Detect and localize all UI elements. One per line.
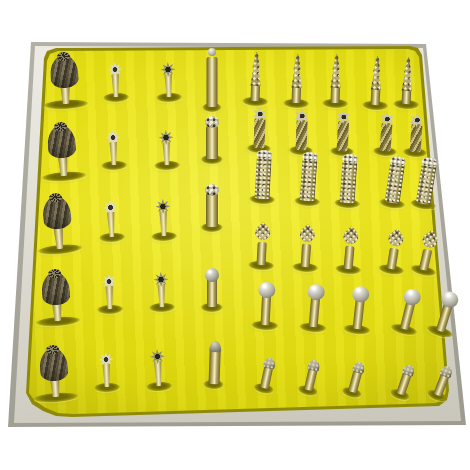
bit-head	[248, 52, 265, 87]
bit-cyl_sparkle_top	[205, 184, 219, 230]
bit-head	[98, 352, 114, 368]
bit-star_dark	[160, 62, 177, 101]
bit-cyl_rosette	[205, 116, 219, 162]
bit-head	[205, 184, 219, 196]
bit-head	[150, 349, 166, 365]
bit-teardrop	[297, 224, 316, 271]
bit-pin_ball	[206, 48, 218, 110]
bit-head	[46, 124, 76, 159]
bit-cone_point	[247, 52, 265, 105]
bit-shank	[379, 123, 392, 152]
bit-head	[101, 274, 117, 290]
bit-ball_polished	[394, 287, 421, 334]
bit-shank	[207, 57, 218, 107]
bit-star_silver	[101, 274, 118, 313]
bit-diamond_cyl	[339, 154, 359, 207]
bit-shank	[295, 120, 307, 150]
bit-shank	[206, 126, 218, 159]
bit-star_silver	[102, 200, 120, 241]
bit-shank	[257, 242, 267, 265]
bit-cone_point	[367, 56, 386, 109]
bit-shank	[260, 294, 271, 325]
bit-head	[158, 130, 174, 146]
product-photo	[0, 0, 470, 470]
bit-head	[252, 222, 273, 243]
bit-diamond_cyl	[415, 156, 439, 208]
bit-shank	[208, 350, 220, 384]
bit-teardrop	[415, 228, 440, 274]
bit-ball_polished	[430, 289, 459, 336]
bit-star_silver	[105, 130, 122, 169]
bit-dome_tilt	[392, 363, 415, 399]
bit-diamond_cyl	[254, 150, 273, 203]
bit-dome_tilt	[256, 356, 276, 392]
bit-head	[262, 356, 276, 369]
bit-ball_polished	[347, 285, 369, 333]
bit-teardrop	[340, 225, 360, 272]
bit-ball_polished	[303, 283, 324, 330]
bit-cross_cutter	[250, 107, 267, 151]
bits-layer	[0, 0, 470, 470]
bit-head	[208, 341, 220, 352]
bit-head	[41, 195, 72, 230]
bit-shank	[300, 159, 318, 202]
bit-head	[297, 224, 318, 245]
bit-head	[306, 283, 324, 300]
bit-head	[103, 200, 119, 216]
bit-star_silver	[98, 352, 115, 391]
bit-head	[208, 48, 216, 56]
bit-cross_cutter	[376, 112, 394, 155]
bit-fluted_large	[46, 124, 78, 180]
bit-shank	[255, 157, 272, 200]
bit-head	[107, 62, 123, 78]
bit-ball_polished	[255, 282, 274, 329]
bit-dome_tilt	[429, 364, 453, 400]
bit-cone_point	[327, 54, 345, 107]
bit-shank	[385, 162, 405, 204]
bit-fluted_large	[39, 347, 71, 401]
bit-shank	[207, 278, 217, 307]
bit-shank	[253, 118, 265, 148]
bit-head	[39, 347, 69, 382]
bit-shank	[416, 163, 437, 205]
bit-fluted_large	[41, 195, 74, 253]
bit-head	[160, 62, 176, 78]
bit-head	[155, 199, 171, 215]
bit-head	[49, 54, 79, 88]
bit-head	[340, 226, 361, 247]
bit-cross_cutter	[333, 110, 350, 155]
bit-diamond_cyl	[384, 155, 407, 207]
bit-head	[350, 285, 369, 303]
bit-cyl_ball	[205, 268, 219, 310]
bit-head	[41, 271, 71, 306]
bit-head	[257, 282, 275, 299]
bit-head	[105, 130, 121, 146]
bit-head	[153, 272, 169, 288]
bit-fluted_large	[49, 54, 80, 107]
bit-star_dark	[155, 199, 172, 240]
bit-teardrop	[383, 227, 406, 273]
bit-head	[328, 54, 345, 89]
bit-shank	[206, 193, 218, 227]
bit-star_silver	[107, 62, 124, 101]
bit-star_dark	[149, 349, 167, 390]
bit-shank	[340, 161, 358, 204]
bit-cone_point	[398, 57, 417, 108]
bit-shank	[308, 296, 320, 328]
bit-head	[385, 228, 406, 249]
bit-star_dark	[153, 272, 170, 311]
bit-shank	[409, 124, 422, 153]
bit-shank	[352, 298, 364, 330]
bit-head	[401, 287, 421, 307]
bit-diamond_cyl	[299, 152, 319, 205]
bit-head	[399, 57, 417, 92]
bit-head	[289, 54, 306, 89]
bit-head	[205, 116, 219, 128]
bit-cross_cutter	[292, 109, 309, 153]
bit-cone_point	[288, 54, 306, 107]
bit-shank	[336, 121, 349, 152]
bit-cyl_dome	[206, 341, 221, 387]
bit-teardrop	[253, 222, 271, 269]
bit-cross_cutter	[406, 113, 424, 156]
bit-fluted_large	[41, 271, 73, 325]
bit-head	[420, 230, 441, 251]
bit-shank	[301, 244, 312, 268]
bit-head	[368, 56, 386, 91]
bit-dome_tilt	[344, 360, 365, 396]
bit-star_dark	[158, 130, 175, 169]
bit-head	[205, 268, 219, 282]
bit-dome_tilt	[300, 358, 320, 394]
